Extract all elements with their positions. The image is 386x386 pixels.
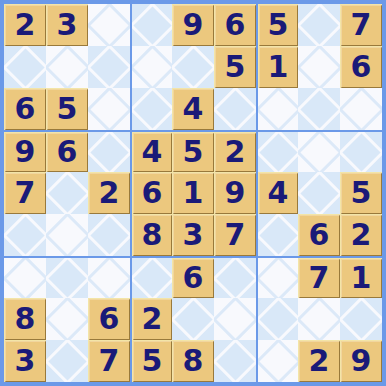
cell-r7c1[interactable] (4, 256, 46, 298)
given-digit: 9 (225, 178, 246, 208)
diamond-pattern-icon (298, 172, 340, 214)
given-digit: 1 (351, 263, 372, 293)
diamond-pattern-icon (256, 298, 298, 340)
cell-r4c1: 9 (4, 130, 46, 172)
cell-r2c4[interactable] (130, 46, 172, 88)
diamond-pattern-icon (256, 130, 298, 172)
cell-r5c9: 5 (340, 172, 382, 214)
cell-r7c7[interactable] (256, 256, 298, 298)
cell-r3c3[interactable] (88, 88, 130, 130)
cell-r1c7: 5 (256, 4, 298, 46)
cell-r3c9[interactable] (340, 88, 382, 130)
diamond-pattern-icon (340, 88, 382, 130)
cell-r4c4: 4 (130, 130, 172, 172)
diamond-pattern-icon (46, 256, 88, 298)
diamond-pattern-icon (256, 214, 298, 256)
diamond-pattern-icon (298, 130, 340, 172)
diamond-pattern-icon (130, 4, 172, 46)
given-digit: 2 (309, 346, 330, 376)
diamond-pattern-icon (46, 214, 88, 256)
given-digit: 9 (183, 10, 204, 40)
cell-r2c6: 5 (214, 46, 256, 88)
cell-r9c9: 9 (340, 340, 382, 382)
given-digit: 2 (15, 10, 36, 40)
diamond-pattern-icon (46, 172, 88, 214)
cell-r3c8[interactable] (298, 88, 340, 130)
cell-r7c9: 1 (340, 256, 382, 298)
cell-r6c8: 6 (298, 214, 340, 256)
cell-r3c5: 4 (172, 88, 214, 130)
cell-r2c9: 6 (340, 46, 382, 88)
cell-r4c5: 5 (172, 130, 214, 172)
cell-r2c7: 1 (256, 46, 298, 88)
cell-r6c9: 2 (340, 214, 382, 256)
given-digit: 6 (57, 137, 78, 167)
cell-r4c3[interactable] (88, 130, 130, 172)
given-digit: 2 (142, 304, 163, 334)
diamond-pattern-icon (340, 130, 382, 172)
given-digit: 6 (225, 10, 246, 40)
given-digit: 3 (57, 10, 78, 40)
cell-r1c3[interactable] (88, 4, 130, 46)
diamond-pattern-icon (298, 298, 340, 340)
given-digit: 6 (15, 94, 36, 124)
given-digit: 7 (225, 220, 246, 250)
given-digit: 1 (183, 178, 204, 208)
cell-r8c7[interactable] (256, 298, 298, 340)
diamond-pattern-icon (130, 46, 172, 88)
cell-r4c2: 6 (46, 130, 88, 172)
given-digit: 6 (309, 220, 330, 250)
cell-r9c3: 7 (88, 340, 130, 382)
diamond-pattern-icon (256, 88, 298, 130)
given-digit: 6 (142, 178, 163, 208)
diamond-pattern-icon (130, 88, 172, 130)
diamond-pattern-icon (130, 256, 172, 298)
cell-r6c4: 8 (130, 214, 172, 256)
cell-r4c6: 2 (214, 130, 256, 172)
diamond-pattern-icon (88, 88, 130, 130)
given-digit: 2 (351, 220, 372, 250)
diamond-pattern-icon (4, 214, 46, 256)
sudoku-board: 2396575166549645272619458376267186237582… (0, 0, 386, 386)
cell-r9c7[interactable] (256, 340, 298, 382)
diamond-pattern-icon (172, 46, 214, 88)
given-digit: 7 (309, 263, 330, 293)
cell-r8c1: 8 (4, 298, 46, 340)
cell-r7c3[interactable] (88, 256, 130, 298)
cell-r7c2[interactable] (46, 256, 88, 298)
diamond-pattern-icon (4, 46, 46, 88)
diamond-pattern-icon (214, 88, 256, 130)
cell-r6c1[interactable] (4, 214, 46, 256)
given-digit: 9 (15, 137, 36, 167)
cell-r9c6[interactable] (214, 340, 256, 382)
diamond-pattern-icon (172, 298, 214, 340)
cell-r5c3: 2 (88, 172, 130, 214)
cell-r1c4[interactable] (130, 4, 172, 46)
diamond-pattern-icon (46, 46, 88, 88)
given-digit: 3 (15, 346, 36, 376)
cell-r6c7[interactable] (256, 214, 298, 256)
cell-r8c8[interactable] (298, 298, 340, 340)
cell-r5c1: 7 (4, 172, 46, 214)
cell-r9c5: 8 (172, 340, 214, 382)
cell-r3c6[interactable] (214, 88, 256, 130)
cell-r1c2: 3 (46, 4, 88, 46)
given-digit: 5 (142, 346, 163, 376)
cell-r1c8[interactable] (298, 4, 340, 46)
diamond-pattern-icon (298, 46, 340, 88)
given-digit: 5 (268, 10, 289, 40)
given-digit: 7 (351, 10, 372, 40)
cell-r5c8[interactable] (298, 172, 340, 214)
given-digit: 6 (351, 52, 372, 82)
given-digit: 7 (99, 346, 120, 376)
cell-r3c4[interactable] (130, 88, 172, 130)
given-digit: 9 (351, 346, 372, 376)
cell-r9c8: 2 (298, 340, 340, 382)
given-digit: 4 (268, 178, 289, 208)
given-digit: 6 (183, 263, 204, 293)
cell-r2c2[interactable] (46, 46, 88, 88)
cell-r9c1: 3 (4, 340, 46, 382)
diamond-pattern-icon (214, 298, 256, 340)
cell-r6c6: 7 (214, 214, 256, 256)
cell-r7c8: 7 (298, 256, 340, 298)
cell-r3c2: 5 (46, 88, 88, 130)
diamond-pattern-icon (88, 130, 130, 172)
cell-r4c7[interactable] (256, 130, 298, 172)
cell-r5c6: 9 (214, 172, 256, 214)
given-digit: 6 (99, 304, 120, 334)
cell-r4c9[interactable] (340, 130, 382, 172)
cell-r7c5: 6 (172, 256, 214, 298)
given-digit: 1 (268, 52, 289, 82)
diamond-pattern-icon (256, 340, 298, 382)
diamond-pattern-icon (46, 298, 88, 340)
diamond-pattern-icon (88, 256, 130, 298)
diamond-pattern-icon (256, 256, 298, 298)
cell-r8c9[interactable] (340, 298, 382, 340)
diamond-pattern-icon (88, 46, 130, 88)
diamond-pattern-icon (4, 256, 46, 298)
diamond-pattern-icon (46, 340, 88, 382)
cell-r3c7[interactable] (256, 88, 298, 130)
given-digit: 5 (57, 94, 78, 124)
cell-r2c8[interactable] (298, 46, 340, 88)
given-digit: 8 (183, 346, 204, 376)
given-digit: 5 (225, 52, 246, 82)
cell-r9c2[interactable] (46, 340, 88, 382)
diamond-pattern-icon (88, 214, 130, 256)
cell-r6c2[interactable] (46, 214, 88, 256)
given-digit: 2 (225, 137, 246, 167)
given-digit: 8 (142, 220, 163, 250)
given-digit: 2 (99, 178, 120, 208)
cell-r8c4: 2 (130, 298, 172, 340)
diamond-pattern-icon (214, 256, 256, 298)
cell-r6c5: 3 (172, 214, 214, 256)
cell-r2c1[interactable] (4, 46, 46, 88)
cell-r8c3: 6 (88, 298, 130, 340)
cell-r5c2[interactable] (46, 172, 88, 214)
cell-r8c6[interactable] (214, 298, 256, 340)
cell-r1c5: 9 (172, 4, 214, 46)
cell-r2c5[interactable] (172, 46, 214, 88)
cell-r7c4[interactable] (130, 256, 172, 298)
given-digit: 3 (183, 220, 204, 250)
cell-r3c1: 6 (4, 88, 46, 130)
cell-r5c4: 6 (130, 172, 172, 214)
cell-r8c5[interactable] (172, 298, 214, 340)
given-digit: 4 (183, 94, 204, 124)
given-digit: 7 (15, 178, 36, 208)
cell-r6c3[interactable] (88, 214, 130, 256)
diamond-pattern-icon (340, 298, 382, 340)
cell-r1c9: 7 (340, 4, 382, 46)
given-digit: 8 (15, 304, 36, 334)
cell-r1c1: 2 (4, 4, 46, 46)
cell-r1c6: 6 (214, 4, 256, 46)
given-digit: 5 (183, 137, 204, 167)
diamond-pattern-icon (298, 88, 340, 130)
diamond-pattern-icon (298, 4, 340, 46)
cell-r8c2[interactable] (46, 298, 88, 340)
cell-r2c3[interactable] (88, 46, 130, 88)
cell-r9c4: 5 (130, 340, 172, 382)
cell-r5c7: 4 (256, 172, 298, 214)
diamond-pattern-icon (214, 340, 256, 382)
cell-r4c8[interactable] (298, 130, 340, 172)
given-digit: 5 (351, 178, 372, 208)
given-digit: 4 (142, 137, 163, 167)
cell-r7c6[interactable] (214, 256, 256, 298)
cell-r5c5: 1 (172, 172, 214, 214)
diamond-pattern-icon (88, 4, 130, 46)
